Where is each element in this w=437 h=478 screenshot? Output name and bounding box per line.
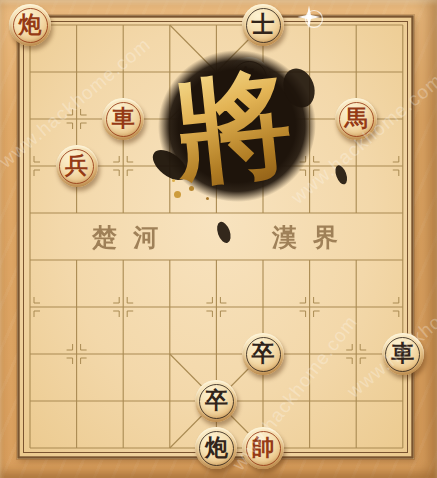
piece-character: 炮: [19, 13, 42, 36]
sparkle-icon: [295, 3, 329, 37]
piece-black-soldier-a[interactable]: 卒: [242, 333, 284, 375]
piece-black-advisor[interactable]: 士: [242, 4, 284, 46]
piece-character: 炮: [205, 436, 228, 459]
piece-character: 兵: [65, 154, 88, 177]
piece-black-chariot[interactable]: 車: [382, 333, 424, 375]
piece-character: 車: [391, 342, 414, 365]
piece-character: 士: [252, 13, 275, 36]
piece-red-soldier[interactable]: 兵: [56, 145, 98, 187]
piece-red-cannon[interactable]: 炮: [9, 4, 51, 46]
check-stamp-character: 將: [147, 45, 320, 213]
xiangqi-board-screenshot: 楚河 漢界 炮士象車将馬兵卒車卒炮帥 www.hackhome.com www.…: [0, 0, 437, 478]
piece-red-general[interactable]: 帥: [242, 427, 284, 469]
piece-red-chariot[interactable]: 車: [102, 98, 144, 140]
piece-red-horse[interactable]: 馬: [335, 98, 377, 140]
river-label-chu-he: 楚河: [55, 221, 195, 254]
piece-character: 卒: [252, 342, 275, 365]
piece-character: 車: [112, 107, 135, 130]
river-label-han-jie: 漢界: [235, 221, 375, 254]
piece-character: 卒: [205, 389, 228, 412]
piece-character: 馬: [345, 107, 368, 130]
check-stamp: 將: [158, 50, 316, 202]
piece-character: 帥: [252, 436, 275, 459]
